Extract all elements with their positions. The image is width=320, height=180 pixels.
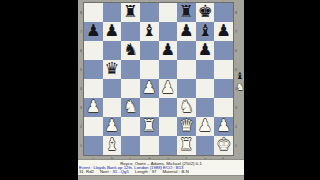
next-label: Next : [100,169,111,173]
square-b1[interactable]: ♝ [103,136,122,155]
chess-board[interactable]: ♜♜♚♟♟♝♟♝♟♞♟♟♛♟♟♟♞♞♟♜♛♟♟♝♜♚ [84,3,233,155]
coord-label-2: 2 [80,122,83,131]
piece-white-pawn: ♟ [160,80,175,98]
square-e8[interactable] [159,3,178,22]
piece-white-knight: ♞ [179,99,194,117]
square-g7[interactable]: ♝ [196,22,215,41]
square-a8[interactable] [84,3,103,22]
piece-white-pawn: ♟ [198,118,213,136]
piece-black-pawn: ♟ [160,42,175,60]
piece-black-rook: ♜ [123,4,138,22]
square-d6[interactable] [140,41,159,60]
square-b8[interactable] [103,3,122,22]
piece-black-pawn: ♟ [86,23,101,41]
square-c3[interactable]: ♞ [121,98,140,117]
square-c7[interactable] [121,22,140,41]
coord-label-7: 7 [235,27,238,36]
material-white-knight-icon: ♞ [236,81,245,92]
coord-label-1: 1 [80,141,83,150]
square-f8[interactable]: ♜ [177,3,196,22]
game-length: 97 [152,169,157,173]
piece-white-pawn: ♟ [105,118,120,136]
current-move: 31. Rd2 [79,169,94,173]
coord-label-4: 4 [80,84,83,93]
piece-white-queen: ♛ [179,118,194,136]
coord-label-3: 3 [80,103,83,112]
coord-label-8: 8 [80,8,83,17]
material-value: B-N [181,169,188,173]
square-f3[interactable]: ♞ [177,98,196,117]
square-d2[interactable]: ♜ [140,117,159,136]
piece-white-king: ♚ [216,137,231,155]
coord-label-5: 5 [80,65,83,74]
piece-white-pawn: ♟ [142,80,157,98]
square-d3[interactable] [140,98,159,117]
square-h4[interactable] [214,79,233,98]
square-a7[interactable]: ♟ [84,22,103,41]
square-a5[interactable] [84,60,103,79]
square-g1[interactable] [196,136,215,155]
square-c5[interactable] [121,60,140,79]
square-a6[interactable] [84,41,103,60]
square-b4[interactable] [103,79,122,98]
coord-label-1: 1 [235,141,238,150]
material-label: Material : [162,169,179,173]
square-a2[interactable] [84,117,103,136]
square-h6[interactable] [214,41,233,60]
piece-black-bishop: ♝ [198,23,213,41]
square-e4[interactable]: ♟ [159,79,178,98]
square-f4[interactable] [177,79,196,98]
square-f7[interactable]: ♟ [177,22,196,41]
video-frame: abcdefgh ♜♜♚♟♟♝♟♝♟♞♟♟♛♟♟♟♞♞♟♜♛♟♟♝♜♚ 8765… [0,0,320,180]
square-g8[interactable]: ♚ [196,3,215,22]
square-e3[interactable] [159,98,178,117]
square-g3[interactable] [196,98,215,117]
piece-black-pawn: ♟ [179,23,194,41]
square-c2[interactable] [121,117,140,136]
square-h7[interactable]: ♟ [214,22,233,41]
square-g4[interactable] [196,79,215,98]
length-label: Length : [135,169,150,173]
material-black-bishop-icon: ♝ [236,70,245,81]
piece-black-queen: ♛ [105,61,120,79]
square-b6[interactable] [103,41,122,60]
square-a4[interactable] [84,79,103,98]
square-f2[interactable]: ♛ [177,117,196,136]
square-d1[interactable] [140,136,159,155]
square-h3[interactable] [214,98,233,117]
rank-labels-left: 87654321 [78,3,84,155]
square-d5[interactable] [140,60,159,79]
square-h2[interactable]: ♟ [214,117,233,136]
square-c1[interactable] [121,136,140,155]
piece-black-pawn: ♟ [105,23,120,41]
square-b3[interactable] [103,98,122,117]
square-e2[interactable] [159,117,178,136]
letterbox-left [0,0,78,180]
piece-black-bishop: ♝ [142,23,157,41]
square-e7[interactable] [159,22,178,41]
piece-black-pawn: ♟ [216,23,231,41]
square-f1[interactable]: ♜ [177,136,196,155]
piece-black-rook: ♜ [179,4,194,22]
piece-black-pawn: ♟ [198,42,213,60]
piece-white-rook: ♜ [179,137,194,155]
piece-white-knight: ♞ [123,99,138,117]
coord-label-7: 7 [80,27,83,36]
chess-gui-panel: abcdefgh ♜♜♚♟♟♝♟♝♟♞♟♟♛♟♟♟♞♞♟♜♛♟♟♝♜♚ 8765… [78,0,244,180]
square-d7[interactable]: ♝ [140,22,159,41]
square-h5[interactable] [214,60,233,79]
square-e6[interactable]: ♟ [159,41,178,60]
coord-label-6: 6 [80,46,83,55]
square-a1[interactable] [84,136,103,155]
piece-white-rook: ♜ [142,118,157,136]
coord-label-3: 3 [235,103,238,112]
piece-white-pawn: ♟ [86,99,101,117]
piece-white-pawn: ♟ [216,118,231,136]
piece-black-knight: ♞ [123,42,138,60]
coord-label-6: 6 [235,46,238,55]
square-e1[interactable] [159,136,178,155]
square-g2[interactable]: ♟ [196,117,215,136]
letterbox-right [244,0,320,180]
square-c4[interactable] [121,79,140,98]
coord-label-2: 2 [235,122,238,131]
square-g5[interactable] [196,60,215,79]
square-c8[interactable]: ♜ [121,3,140,22]
move-status-line: 31. Rd2 Next : 31...Qg5 Length : 97 Mate… [78,169,245,173]
game-info-caption: Royce, Owen -- Adams, Michael (2502) 0-1… [78,159,244,176]
square-f6[interactable] [177,41,196,60]
square-e5[interactable] [159,60,178,79]
square-h8[interactable] [214,3,233,22]
coord-label-8: 8 [235,8,238,17]
square-b2[interactable]: ♟ [103,117,122,136]
square-c6[interactable]: ♞ [121,41,140,60]
piece-white-bishop: ♝ [105,137,120,155]
piece-black-king: ♚ [198,4,213,22]
square-f5[interactable] [177,60,196,79]
square-g6[interactable]: ♟ [196,41,215,60]
next-move: 31...Qg5 [112,169,128,173]
square-d8[interactable] [140,3,159,22]
square-d4[interactable]: ♟ [140,79,159,98]
square-b5[interactable]: ♛ [103,60,122,79]
square-b7[interactable]: ♟ [103,22,122,41]
square-a3[interactable]: ♟ [84,98,103,117]
square-h1[interactable]: ♚ [214,136,233,155]
